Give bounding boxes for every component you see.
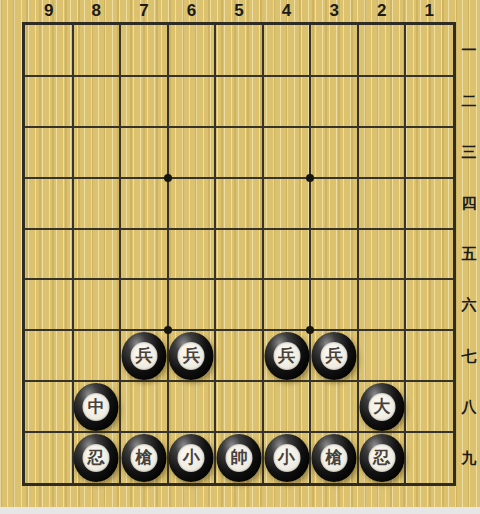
file-coordinates: 987654321 — [25, 0, 453, 21]
grid-line-vertical — [119, 25, 121, 483]
page-background-strip — [0, 507, 480, 514]
rank-label-3: 三 — [462, 143, 477, 162]
rank-label-7: 七 — [462, 346, 477, 365]
piece-face: 兵 — [273, 342, 300, 370]
piece-face: 小 — [273, 444, 300, 472]
star-point — [306, 174, 314, 182]
piece-face: 大 — [368, 393, 395, 421]
piece-face: 忍 — [368, 444, 395, 472]
piece-soldier-3七[interactable]: 兵 — [312, 332, 357, 380]
piece-kanji: 兵 — [326, 347, 343, 364]
rank-coordinates: 一二三四五六七八九 — [458, 25, 480, 483]
piece-soldier-7七[interactable]: 兵 — [121, 332, 166, 380]
rank-label-6: 六 — [462, 295, 477, 314]
file-label-6: 6 — [187, 1, 196, 20]
piece-major-general-4九[interactable]: 小 — [264, 434, 309, 482]
file-label-2: 2 — [377, 1, 386, 20]
piece-face: 小 — [178, 444, 205, 472]
grid-line-horizontal — [25, 278, 453, 280]
rank-label-8: 八 — [462, 397, 477, 416]
grid-line-vertical — [72, 25, 74, 483]
file-label-5: 5 — [234, 1, 243, 20]
star-point — [164, 174, 172, 182]
file-label-3: 3 — [329, 1, 338, 20]
grid-line-horizontal — [25, 75, 453, 77]
piece-kanji: 槍 — [135, 449, 152, 466]
rank-label-5: 五 — [462, 245, 477, 264]
piece-kanji: 兵 — [183, 347, 200, 364]
piece-ninja-2九[interactable]: 忍 — [359, 434, 404, 482]
piece-spear-7九[interactable]: 槍 — [121, 434, 166, 482]
piece-kanji: 兵 — [278, 347, 295, 364]
file-label-1: 1 — [424, 1, 433, 20]
piece-spear-3九[interactable]: 槍 — [312, 434, 357, 482]
piece-kanji: 大 — [373, 398, 390, 415]
file-label-4: 4 — [282, 1, 291, 20]
piece-face: 兵 — [130, 342, 157, 370]
piece-kanji: 忍 — [88, 449, 105, 466]
piece-kanji: 中 — [88, 398, 105, 415]
piece-kanji: 小 — [278, 449, 295, 466]
piece-face: 槍 — [321, 444, 348, 472]
piece-face: 中 — [83, 393, 110, 421]
piece-face: 忍 — [83, 444, 110, 472]
piece-major-general-6九[interactable]: 小 — [169, 434, 214, 482]
piece-general-2八[interactable]: 大 — [359, 383, 404, 431]
grid-line-vertical — [167, 25, 169, 483]
grid-line-horizontal — [25, 228, 453, 230]
gungi-app-screen: 987654321 兵兵兵兵中大忍槍小帥小槍忍 一二三四五六七八九 — [0, 0, 480, 514]
piece-soldier-4七[interactable]: 兵 — [264, 332, 309, 380]
grid-line-horizontal — [25, 177, 453, 179]
piece-kanji: 小 — [183, 449, 200, 466]
board[interactable]: 兵兵兵兵中大忍槍小帥小槍忍 — [22, 22, 456, 486]
piece-soldier-6七[interactable]: 兵 — [169, 332, 214, 380]
piece-face: 兵 — [321, 342, 348, 370]
piece-face: 帥 — [226, 444, 253, 472]
file-label-9: 9 — [44, 1, 53, 20]
rank-label-9: 九 — [462, 448, 477, 467]
piece-kanji: 兵 — [135, 347, 152, 364]
grid-line-vertical — [309, 25, 311, 483]
grid-line-horizontal — [25, 329, 453, 331]
grid-line-horizontal — [25, 126, 453, 128]
piece-kanji: 帥 — [231, 449, 248, 466]
grid-line-vertical — [357, 25, 359, 483]
grid-line-vertical — [404, 25, 406, 483]
piece-face: 兵 — [178, 342, 205, 370]
file-label-8: 8 — [92, 1, 101, 20]
grid-line-vertical — [262, 25, 264, 483]
star-point — [306, 326, 314, 334]
piece-ninja-8九[interactable]: 忍 — [74, 434, 119, 482]
piece-face: 槍 — [130, 444, 157, 472]
grid-line-horizontal — [25, 380, 453, 382]
piece-kanji: 槍 — [326, 449, 343, 466]
piece-marshal-5九[interactable]: 帥 — [217, 434, 262, 482]
piece-kanji: 忍 — [373, 449, 390, 466]
rank-label-2: 二 — [462, 92, 477, 111]
rank-label-4: 四 — [462, 194, 477, 213]
star-point — [164, 326, 172, 334]
file-label-7: 7 — [139, 1, 148, 20]
grid-line-vertical — [214, 25, 216, 483]
piece-lieutenant-general-8八[interactable]: 中 — [74, 383, 119, 431]
rank-label-1: 一 — [462, 41, 477, 60]
